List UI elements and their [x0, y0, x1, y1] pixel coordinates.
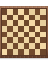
chessboard-photo	[0, 0, 48, 64]
square-r7c7	[40, 49, 45, 55]
chessboard-grid	[2, 9, 46, 55]
chessboard-frame	[0, 6, 48, 58]
